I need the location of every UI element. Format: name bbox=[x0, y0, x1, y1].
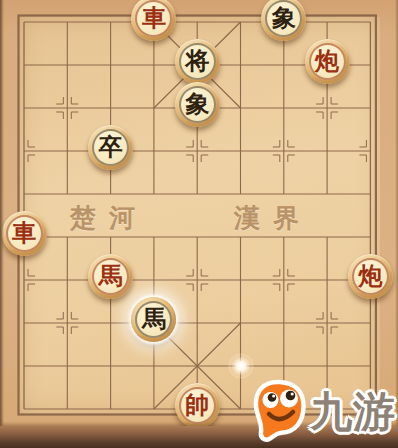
piece-red-cannon[interactable]: 炮 bbox=[305, 39, 350, 84]
piece-face: 馬 bbox=[135, 301, 172, 338]
piece-glyph: 帥 bbox=[185, 393, 209, 417]
piece-glyph: 車 bbox=[12, 221, 36, 245]
piece-red-chariot[interactable]: 車 bbox=[131, 0, 176, 41]
piece-black-elephant[interactable]: 象 bbox=[261, 0, 306, 41]
piece-face: 象 bbox=[179, 86, 216, 123]
piece-face: 馬 bbox=[92, 258, 129, 295]
piece-face: 炮 bbox=[352, 258, 389, 295]
piece-face: 将 bbox=[179, 43, 216, 80]
piece-glyph: 車 bbox=[142, 6, 166, 30]
piece-red-cannon[interactable]: 炮 bbox=[348, 254, 393, 299]
9game-logo-text: 九游 bbox=[310, 391, 396, 433]
piece-face: 炮 bbox=[309, 43, 346, 80]
piece-glyph: 象 bbox=[272, 6, 296, 30]
piece-glyph: 炮 bbox=[358, 264, 382, 288]
piece-face: 象 bbox=[265, 0, 302, 37]
piece-face: 車 bbox=[6, 215, 43, 252]
piece-black-soldier[interactable]: 卒 bbox=[88, 125, 133, 170]
piece-glyph: 馬 bbox=[99, 264, 123, 288]
piece-face: 帥 bbox=[179, 387, 216, 424]
piece-glyph: 卒 bbox=[99, 135, 123, 159]
board-left-edge bbox=[0, 0, 4, 448]
9game-mascot-icon bbox=[248, 379, 310, 445]
piece-red-chariot[interactable]: 車 bbox=[2, 211, 47, 256]
piece-black-general[interactable]: 将 bbox=[175, 39, 220, 84]
piece-glyph: 炮 bbox=[315, 49, 339, 73]
piece-red-general[interactable]: 帥 bbox=[175, 383, 220, 428]
9game-watermark: 九游 bbox=[248, 379, 396, 445]
piece-glyph: 馬 bbox=[142, 307, 166, 331]
piece-black-elephant[interactable]: 象 bbox=[175, 82, 220, 127]
piece-face: 車 bbox=[135, 0, 172, 37]
piece-black-horse[interactable]: 馬 bbox=[131, 297, 176, 342]
piece-red-horse[interactable]: 馬 bbox=[88, 254, 133, 299]
xiangqi-game-screen: 楚河 漢界 車象将炮象卒車馬炮馬帥 九游 bbox=[0, 0, 398, 448]
piece-glyph: 象 bbox=[185, 92, 209, 116]
piece-glyph: 将 bbox=[185, 49, 209, 73]
piece-face: 卒 bbox=[92, 129, 129, 166]
